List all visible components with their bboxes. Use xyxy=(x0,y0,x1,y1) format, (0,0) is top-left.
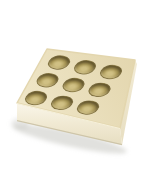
hole-cavity xyxy=(74,99,102,116)
hole-cavity xyxy=(86,81,114,98)
hole-cavity xyxy=(97,64,125,81)
board-photo xyxy=(0,0,152,190)
